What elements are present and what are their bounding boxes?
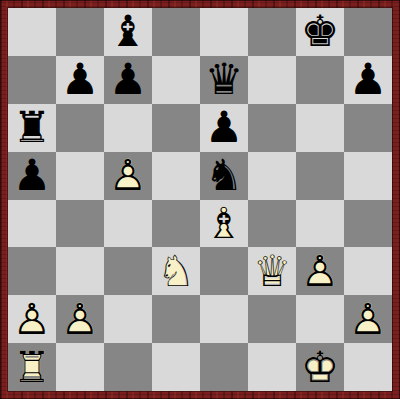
piece-fill-layer: ♟ [104, 56, 152, 104]
square-d1[interactable] [152, 343, 200, 391]
square-e6[interactable]: ♟ [200, 104, 248, 152]
square-a4[interactable] [8, 200, 56, 248]
square-e4[interactable]: ♝♗ [200, 200, 248, 248]
square-h8[interactable] [344, 8, 392, 56]
piece-outline-layer: ♔ [296, 343, 344, 391]
square-b7[interactable]: ♟ [56, 56, 104, 104]
piece-black-pawn[interactable]: ♟ [56, 56, 104, 104]
square-a1[interactable]: ♜♖ [8, 343, 56, 391]
square-g3[interactable]: ♟♙ [296, 247, 344, 295]
square-g7[interactable] [296, 56, 344, 104]
piece-fill-layer: ♛ [200, 56, 248, 104]
square-b4[interactable] [56, 200, 104, 248]
square-c3[interactable] [104, 247, 152, 295]
square-d8[interactable] [152, 8, 200, 56]
piece-white-bishop[interactable]: ♝♗ [200, 200, 248, 248]
square-c1[interactable] [104, 343, 152, 391]
piece-outline-layer: ♘ [152, 247, 200, 295]
square-f7[interactable] [248, 56, 296, 104]
square-h2[interactable]: ♟♙ [344, 295, 392, 343]
square-d3[interactable]: ♞♘ [152, 247, 200, 295]
square-b2[interactable]: ♟♙ [56, 295, 104, 343]
square-d4[interactable] [152, 200, 200, 248]
square-b3[interactable] [56, 247, 104, 295]
square-b8[interactable] [56, 8, 104, 56]
square-e2[interactable] [200, 295, 248, 343]
piece-fill-layer: ♟ [56, 56, 104, 104]
square-a5[interactable]: ♟ [8, 152, 56, 200]
square-c4[interactable] [104, 200, 152, 248]
piece-white-pawn[interactable]: ♟♙ [56, 295, 104, 343]
square-a2[interactable]: ♟♙ [8, 295, 56, 343]
piece-black-queen[interactable]: ♛ [200, 56, 248, 104]
square-h7[interactable]: ♟ [344, 56, 392, 104]
piece-white-king[interactable]: ♚♔ [296, 343, 344, 391]
square-e8[interactable] [200, 8, 248, 56]
square-c8[interactable]: ♝ [104, 8, 152, 56]
piece-black-pawn[interactable]: ♟ [104, 56, 152, 104]
piece-black-pawn[interactable]: ♟ [8, 152, 56, 200]
square-g8[interactable]: ♚ [296, 8, 344, 56]
square-a3[interactable] [8, 247, 56, 295]
square-b6[interactable] [56, 104, 104, 152]
piece-fill-layer: ♜ [8, 104, 56, 152]
square-d7[interactable] [152, 56, 200, 104]
square-c6[interactable] [104, 104, 152, 152]
piece-fill-layer: ♞ [200, 152, 248, 200]
square-a6[interactable]: ♜ [8, 104, 56, 152]
piece-fill-layer: ♟ [200, 104, 248, 152]
square-g6[interactable] [296, 104, 344, 152]
square-b5[interactable] [56, 152, 104, 200]
piece-fill-layer: ♚ [296, 8, 344, 56]
piece-outline-layer: ♙ [344, 295, 392, 343]
piece-outline-layer: ♗ [200, 200, 248, 248]
square-f2[interactable] [248, 295, 296, 343]
piece-fill-layer: ♝ [104, 8, 152, 56]
square-g1[interactable]: ♚♔ [296, 343, 344, 391]
square-c5[interactable]: ♟♙ [104, 152, 152, 200]
piece-outline-layer: ♙ [296, 247, 344, 295]
piece-white-knight[interactable]: ♞♘ [152, 247, 200, 295]
piece-outline-layer: ♖ [8, 343, 56, 391]
board-frame: ♝♚♟♟♛♟♜♟♟♟♙♞♝♗♞♘♛♕♟♙♟♙♟♙♟♙♜♖♚♔ [0, 0, 400, 399]
square-g2[interactable] [296, 295, 344, 343]
square-c7[interactable]: ♟ [104, 56, 152, 104]
piece-white-pawn[interactable]: ♟♙ [104, 152, 152, 200]
square-g5[interactable] [296, 152, 344, 200]
chess-board: ♝♚♟♟♛♟♜♟♟♟♙♞♝♗♞♘♛♕♟♙♟♙♟♙♟♙♜♖♚♔ [8, 8, 392, 391]
square-h3[interactable] [344, 247, 392, 295]
square-f5[interactable] [248, 152, 296, 200]
square-f3[interactable]: ♛♕ [248, 247, 296, 295]
square-a8[interactable] [8, 8, 56, 56]
piece-white-pawn[interactable]: ♟♙ [8, 295, 56, 343]
square-g4[interactable] [296, 200, 344, 248]
piece-white-queen[interactable]: ♛♕ [248, 247, 296, 295]
square-d5[interactable] [152, 152, 200, 200]
square-e5[interactable]: ♞ [200, 152, 248, 200]
square-f4[interactable] [248, 200, 296, 248]
square-a7[interactable] [8, 56, 56, 104]
piece-outline-layer: ♙ [104, 152, 152, 200]
square-h1[interactable] [344, 343, 392, 391]
square-f6[interactable] [248, 104, 296, 152]
piece-fill-layer: ♟ [8, 152, 56, 200]
piece-black-bishop[interactable]: ♝ [104, 8, 152, 56]
piece-outline-layer: ♙ [8, 295, 56, 343]
piece-black-pawn[interactable]: ♟ [200, 104, 248, 152]
square-d6[interactable] [152, 104, 200, 152]
square-e3[interactable] [200, 247, 248, 295]
square-b1[interactable] [56, 343, 104, 391]
square-c2[interactable] [104, 295, 152, 343]
piece-black-king[interactable]: ♚ [296, 8, 344, 56]
square-e1[interactable] [200, 343, 248, 391]
piece-black-rook[interactable]: ♜ [8, 104, 56, 152]
square-f8[interactable] [248, 8, 296, 56]
piece-black-knight[interactable]: ♞ [200, 152, 248, 200]
square-f1[interactable] [248, 343, 296, 391]
square-h6[interactable] [344, 104, 392, 152]
square-h5[interactable] [344, 152, 392, 200]
piece-white-pawn[interactable]: ♟♙ [344, 295, 392, 343]
square-e7[interactable]: ♛ [200, 56, 248, 104]
square-h4[interactable] [344, 200, 392, 248]
piece-outline-layer: ♙ [56, 295, 104, 343]
piece-black-pawn[interactable]: ♟ [344, 56, 392, 104]
square-d2[interactable] [152, 295, 200, 343]
piece-outline-layer: ♕ [248, 247, 296, 295]
piece-fill-layer: ♟ [344, 56, 392, 104]
piece-white-pawn[interactable]: ♟♙ [296, 247, 344, 295]
piece-white-rook[interactable]: ♜♖ [8, 343, 56, 391]
